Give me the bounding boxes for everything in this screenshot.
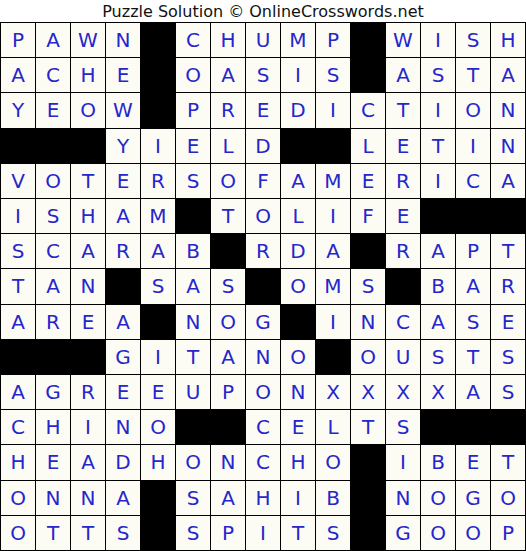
letter-cell: T [211,199,246,234]
letter-cell: T [456,340,491,375]
letter-cell: N [491,93,526,128]
letter-cell: I [316,199,351,234]
letter-cell: T [491,445,526,480]
letter-cell: I [456,129,491,164]
letter-cell: M [281,23,316,58]
letter-cell: S [456,23,491,58]
letter-cell: R [36,305,71,340]
letter-cell: O [316,445,351,480]
block-cell [141,305,176,340]
block-cell [36,340,71,375]
letter-cell: S [176,516,211,551]
block-cell [456,199,491,234]
letter-cell: S [176,481,211,516]
letter-cell: N [246,340,281,375]
block-cell [211,234,246,269]
letter-cell: O [211,164,246,199]
letter-cell: R [386,164,421,199]
letter-cell: L [316,410,351,445]
letter-cell: O [211,305,246,340]
letter-cell: T [351,410,386,445]
block-cell [281,305,316,340]
letter-cell: E [281,410,316,445]
letter-cell: O [456,516,491,551]
letter-cell: G [246,305,281,340]
letter-cell: E [176,129,211,164]
block-cell [351,23,386,58]
letter-cell: N [491,129,526,164]
letter-cell: O [176,445,211,480]
letter-cell: A [176,269,211,304]
block-cell [316,340,351,375]
letter-cell: T [71,516,106,551]
block-cell [141,516,176,551]
letter-cell: T [491,234,526,269]
letter-cell: N [71,481,106,516]
letter-cell: E [106,164,141,199]
letter-cell: A [211,481,246,516]
letter-cell: P [316,23,351,58]
letter-cell: S [491,375,526,410]
letter-cell: N [281,375,316,410]
letter-cell: R [246,234,281,269]
letter-cell: G [386,516,421,551]
letter-cell: A [421,305,456,340]
letter-cell: U [386,340,421,375]
letter-cell: C [176,23,211,58]
letter-cell: B [421,445,456,480]
letter-cell: H [141,445,176,480]
letter-cell: Y [1,93,36,128]
letter-cell: A [386,58,421,93]
letter-cell: C [351,93,386,128]
block-cell [1,129,36,164]
letter-cell: A [141,234,176,269]
block-cell [141,93,176,128]
letter-cell: R [211,93,246,128]
letter-cell: P [211,375,246,410]
letter-cell: N [386,481,421,516]
letter-cell: O [246,375,281,410]
letter-cell: O [421,481,456,516]
letter-cell: O [281,269,316,304]
letter-cell: T [71,164,106,199]
letter-cell: S [456,305,491,340]
letter-cell: D [281,234,316,269]
letter-cell: H [491,23,526,58]
letter-cell: O [491,481,526,516]
letter-cell: S [316,58,351,93]
letter-cell: I [71,410,106,445]
letter-cell: O [141,410,176,445]
block-cell [176,410,211,445]
letter-cell: A [1,58,36,93]
letter-cell: L [351,129,386,164]
letter-cell: O [176,58,211,93]
letter-cell: X [316,375,351,410]
letter-cell: N [36,481,71,516]
block-cell [421,410,456,445]
letter-cell: D [106,445,141,480]
letter-cell: A [456,269,491,304]
letter-cell: E [386,129,421,164]
letter-cell: D [281,93,316,128]
letter-cell: I [316,305,351,340]
letter-cell: N [351,305,386,340]
letter-cell: X [386,375,421,410]
letter-cell: S [421,58,456,93]
letter-cell: T [386,93,421,128]
letter-cell: C [456,164,491,199]
crossword-grid: PAWNCHUMPWISHACHEOASISASTAYEOWPREDICTION… [0,22,526,551]
letter-cell: G [36,375,71,410]
letter-cell: A [211,58,246,93]
letter-cell: S [246,58,281,93]
letter-cell: N [211,445,246,480]
letter-cell: F [351,199,386,234]
letter-cell: T [36,516,71,551]
letter-cell: E [351,164,386,199]
block-cell [281,129,316,164]
letter-cell: H [36,410,71,445]
letter-cell: C [246,445,281,480]
block-cell [386,269,421,304]
letter-cell: A [421,234,456,269]
letter-cell: U [246,23,281,58]
letter-cell: H [246,481,281,516]
letter-cell: E [456,445,491,480]
letter-cell: A [281,164,316,199]
letter-cell: A [71,445,106,480]
letter-cell: O [36,164,71,199]
letter-cell: H [71,199,106,234]
letter-cell: A [211,340,246,375]
letter-cell: D [246,129,281,164]
letter-cell: R [71,375,106,410]
letter-cell: E [36,445,71,480]
block-cell [351,58,386,93]
letter-cell: I [386,445,421,480]
letter-cell: T [281,516,316,551]
letter-cell: O [1,516,36,551]
letter-cell: E [246,93,281,128]
letter-cell: S [386,410,421,445]
block-cell [36,129,71,164]
letter-cell: A [316,234,351,269]
letter-cell: O [421,516,456,551]
block-cell [351,481,386,516]
letter-cell: S [491,340,526,375]
letter-cell: C [36,234,71,269]
block-cell [246,269,281,304]
letter-cell: A [36,23,71,58]
letter-cell: I [421,164,456,199]
letter-cell: N [106,410,141,445]
letter-cell: O [456,93,491,128]
puzzle-solution-page: Puzzle Solution © OnlineCrosswords.net P… [0,0,526,551]
letter-cell: H [71,58,106,93]
letter-cell: S [176,164,211,199]
letter-cell: R [106,234,141,269]
letter-cell: I [421,23,456,58]
letter-cell: G [456,481,491,516]
letter-cell: H [211,23,246,58]
letter-cell: X [421,375,456,410]
block-cell [141,481,176,516]
letter-cell: R [141,164,176,199]
letter-cell: T [456,58,491,93]
block-cell [421,199,456,234]
letter-cell: A [491,58,526,93]
block-cell [176,199,211,234]
letter-cell: S [141,269,176,304]
letter-cell: C [246,410,281,445]
letter-cell: U [176,375,211,410]
letter-cell: A [491,164,526,199]
letter-cell: C [36,58,71,93]
block-cell [351,516,386,551]
letter-cell: A [456,375,491,410]
letter-cell: N [176,305,211,340]
letter-cell: I [141,340,176,375]
letter-cell: W [106,93,141,128]
letter-cell: T [421,129,456,164]
block-cell [491,199,526,234]
letter-cell: L [211,129,246,164]
letter-cell: T [1,269,36,304]
letter-cell: O [281,340,316,375]
block-cell [141,23,176,58]
letter-cell: A [71,234,106,269]
block-cell [351,234,386,269]
letter-cell: W [71,23,106,58]
block-cell [316,129,351,164]
block-cell [491,410,526,445]
letter-cell: B [316,481,351,516]
letter-cell: E [71,305,106,340]
letter-cell: M [316,269,351,304]
letter-cell: M [141,199,176,234]
letter-cell: S [36,199,71,234]
letter-cell: Y [106,129,141,164]
letter-cell: E [386,199,421,234]
letter-cell: P [211,516,246,551]
letter-cell: O [71,93,106,128]
letter-cell: S [421,340,456,375]
block-cell [71,340,106,375]
letter-cell: B [176,234,211,269]
letter-cell: E [491,305,526,340]
letter-cell: A [1,375,36,410]
block-cell [456,410,491,445]
letter-cell: P [491,516,526,551]
letter-cell: E [36,93,71,128]
letter-cell: E [106,58,141,93]
letter-cell: S [1,234,36,269]
letter-cell: H [281,445,316,480]
letter-cell: S [106,516,141,551]
block-cell [211,410,246,445]
letter-cell: A [1,305,36,340]
letter-cell: E [141,375,176,410]
block-cell [141,58,176,93]
letter-cell: B [421,269,456,304]
letter-cell: E [106,375,141,410]
letter-cell: O [351,340,386,375]
letter-cell: I [246,516,281,551]
letter-cell: X [351,375,386,410]
letter-cell: C [386,305,421,340]
letter-cell: A [106,305,141,340]
letter-cell: I [281,58,316,93]
letter-cell: A [36,269,71,304]
block-cell [1,340,36,375]
letter-cell: R [386,234,421,269]
letter-cell: P [176,93,211,128]
letter-cell: I [281,481,316,516]
block-cell [71,129,106,164]
letter-cell: P [456,234,491,269]
block-cell [106,269,141,304]
letter-cell: N [71,269,106,304]
letter-cell: O [246,199,281,234]
letter-cell: H [1,445,36,480]
letter-cell: L [281,199,316,234]
letter-cell: S [211,269,246,304]
letter-cell: P [1,23,36,58]
letter-cell: M [316,164,351,199]
letter-cell: O [1,481,36,516]
letter-cell: F [246,164,281,199]
letter-cell: W [386,23,421,58]
letter-cell: I [141,129,176,164]
letter-cell: S [316,516,351,551]
letter-cell: V [1,164,36,199]
letter-cell: R [491,269,526,304]
letter-cell: N [106,23,141,58]
letter-cell: A [106,481,141,516]
letter-cell: I [1,199,36,234]
letter-cell: I [316,93,351,128]
letter-cell: C [1,410,36,445]
letter-cell: T [176,340,211,375]
page-title: Puzzle Solution © OnlineCrosswords.net [0,0,526,22]
letter-cell: I [421,93,456,128]
block-cell [351,445,386,480]
letter-cell: G [106,340,141,375]
letter-cell: A [106,199,141,234]
letter-cell: S [351,269,386,304]
